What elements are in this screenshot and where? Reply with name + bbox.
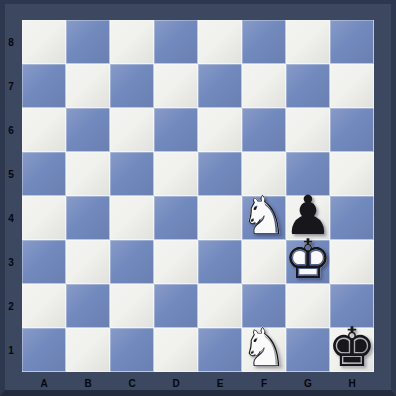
square-a4[interactable] [22, 196, 66, 240]
white-king-outline-glyph: ♔ [286, 238, 330, 282]
square-b7[interactable] [66, 64, 110, 108]
square-c1[interactable] [110, 328, 154, 372]
file-label-e: E [198, 372, 242, 394]
square-f6[interactable] [242, 108, 286, 152]
square-d2[interactable] [154, 284, 198, 328]
square-c5[interactable] [110, 152, 154, 196]
rank-labels: 87654321 [0, 20, 22, 372]
square-b5[interactable] [66, 152, 110, 196]
square-h4[interactable] [330, 196, 374, 240]
chess-diagram: 87654321 ♞♘♟♚♔♞♘♚ ABCDEFGH [0, 0, 396, 396]
file-label-b: B [66, 372, 110, 394]
square-h5[interactable] [330, 152, 374, 196]
square-a2[interactable] [22, 284, 66, 328]
square-b3[interactable] [66, 240, 110, 284]
square-e6[interactable] [198, 108, 242, 152]
square-e3[interactable] [198, 240, 242, 284]
square-b8[interactable] [66, 20, 110, 64]
square-g7[interactable] [286, 64, 330, 108]
square-f7[interactable] [242, 64, 286, 108]
square-e7[interactable] [198, 64, 242, 108]
square-a6[interactable] [22, 108, 66, 152]
file-label-d: D [154, 372, 198, 394]
square-g2[interactable] [286, 284, 330, 328]
square-d5[interactable] [154, 152, 198, 196]
square-c3[interactable] [110, 240, 154, 284]
square-f1[interactable]: ♞♘ [242, 328, 286, 372]
square-b1[interactable] [66, 328, 110, 372]
square-g1[interactable] [286, 328, 330, 372]
black-king-glyph: ♚ [330, 326, 374, 370]
square-h1[interactable]: ♚ [330, 328, 374, 372]
rank-label-7: 7 [0, 64, 22, 108]
square-c2[interactable] [110, 284, 154, 328]
square-b4[interactable] [66, 196, 110, 240]
square-f8[interactable] [242, 20, 286, 64]
black-king-h1[interactable]: ♚ [330, 328, 374, 372]
square-h6[interactable] [330, 108, 374, 152]
square-a1[interactable] [22, 328, 66, 372]
square-c6[interactable] [110, 108, 154, 152]
rank-label-6: 6 [0, 108, 22, 152]
square-h3[interactable] [330, 240, 374, 284]
square-d3[interactable] [154, 240, 198, 284]
square-d6[interactable] [154, 108, 198, 152]
white-knight-f4[interactable]: ♞♘ [242, 196, 286, 240]
square-e5[interactable] [198, 152, 242, 196]
file-label-g: G [286, 372, 330, 394]
square-a5[interactable] [22, 152, 66, 196]
square-g8[interactable] [286, 20, 330, 64]
rank-label-3: 3 [0, 240, 22, 284]
square-c8[interactable] [110, 20, 154, 64]
white-knight-outline-glyph: ♘ [242, 194, 286, 238]
square-a7[interactable] [22, 64, 66, 108]
square-g6[interactable] [286, 108, 330, 152]
square-g3[interactable]: ♚♔ [286, 240, 330, 284]
square-h8[interactable] [330, 20, 374, 64]
file-label-a: A [22, 372, 66, 394]
file-label-c: C [110, 372, 154, 394]
square-e8[interactable] [198, 20, 242, 64]
rank-label-8: 8 [0, 20, 22, 64]
chess-board: ♞♘♟♚♔♞♘♚ [22, 20, 374, 372]
square-h7[interactable] [330, 64, 374, 108]
square-d1[interactable] [154, 328, 198, 372]
square-b6[interactable] [66, 108, 110, 152]
square-a8[interactable] [22, 20, 66, 64]
square-d7[interactable] [154, 64, 198, 108]
square-c7[interactable] [110, 64, 154, 108]
file-label-h: H [330, 372, 374, 394]
rank-label-5: 5 [0, 152, 22, 196]
square-a3[interactable] [22, 240, 66, 284]
square-d4[interactable] [154, 196, 198, 240]
square-f4[interactable]: ♞♘ [242, 196, 286, 240]
square-f3[interactable] [242, 240, 286, 284]
rank-label-4: 4 [0, 196, 22, 240]
rank-label-1: 1 [0, 328, 22, 372]
white-knight-outline-glyph: ♘ [242, 326, 286, 370]
square-c4[interactable] [110, 196, 154, 240]
square-e4[interactable] [198, 196, 242, 240]
white-king-g3[interactable]: ♚♔ [286, 240, 330, 284]
square-e2[interactable] [198, 284, 242, 328]
white-knight-f1[interactable]: ♞♘ [242, 328, 286, 372]
rank-label-2: 2 [0, 284, 22, 328]
square-e1[interactable] [198, 328, 242, 372]
square-b2[interactable] [66, 284, 110, 328]
file-labels: ABCDEFGH [22, 372, 374, 394]
file-label-f: F [242, 372, 286, 394]
square-d8[interactable] [154, 20, 198, 64]
